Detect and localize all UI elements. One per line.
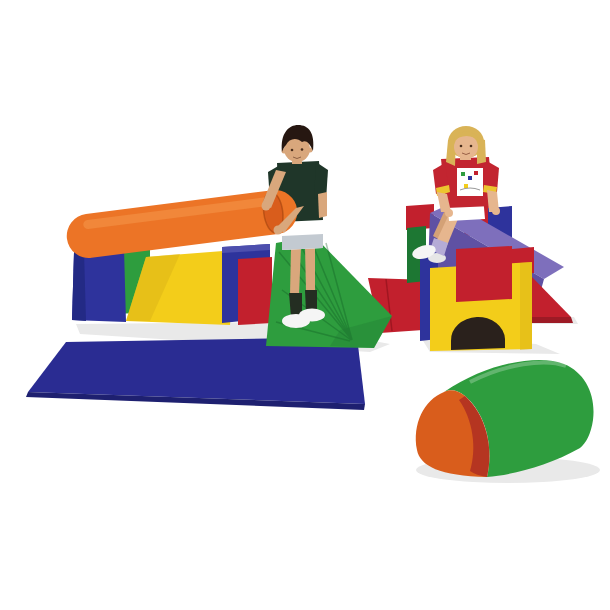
square-block (238, 257, 272, 325)
boy-right-arm (318, 192, 327, 218)
girl-left-hand (445, 209, 453, 217)
boy-right-leg (305, 246, 315, 292)
tunnel-arch-shade (520, 262, 532, 350)
wedge-ramp-base (532, 317, 573, 323)
product-photo (0, 0, 610, 610)
boy-left-hand (262, 202, 271, 211)
girl-left-eye (460, 145, 463, 148)
girl-right-eye (470, 145, 473, 148)
cube-block-left-shade (72, 251, 86, 321)
graphic-mark-green (461, 172, 465, 176)
girl-hair-right-lock (477, 138, 486, 164)
boy-shorts-hem (282, 234, 323, 250)
girl-right-hand (492, 207, 500, 215)
boy-right-eye (301, 148, 304, 151)
graphic-mark-red (474, 171, 478, 175)
girl-shirt-graphic (457, 168, 483, 196)
play-gym-scene (0, 0, 610, 610)
graphic-mark-yellow (464, 184, 468, 188)
girl-face (454, 135, 478, 159)
boy-right-shoe (299, 309, 325, 322)
boy-left-eye (291, 149, 294, 152)
front-panel-red (456, 246, 512, 302)
graphic-mark-blue (468, 176, 472, 180)
boy-right-hand (274, 226, 283, 235)
